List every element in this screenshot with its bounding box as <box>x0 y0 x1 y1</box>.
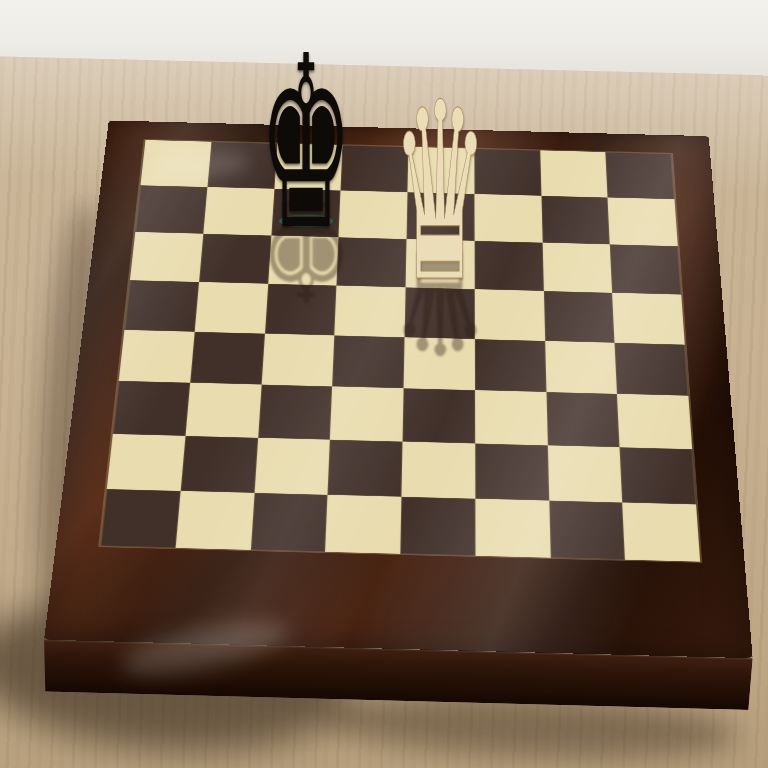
pieces-layer: ♚♚♛♛ <box>0 0 768 768</box>
piece-white-queen[interactable]: ♛♛ <box>330 28 551 274</box>
photo-scene: ♚♚♛♛ <box>0 0 768 768</box>
white-queen-glyph: ♛ <box>392 70 489 316</box>
